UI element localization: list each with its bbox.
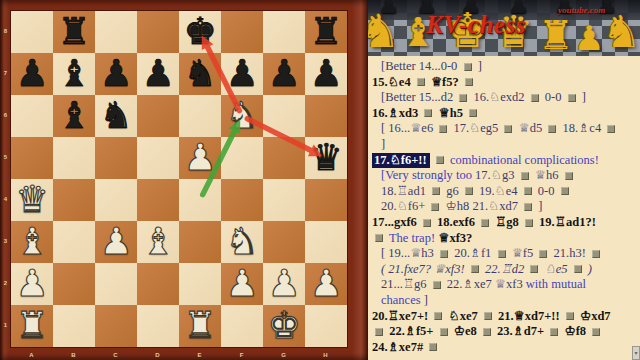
move-text[interactable]: 21.h3! bbox=[550, 246, 589, 260]
square-f3[interactable]: ♞ bbox=[221, 221, 263, 263]
square-h4[interactable] bbox=[305, 179, 347, 221]
black-pawn-d7[interactable]: ♟ bbox=[137, 52, 179, 96]
square-a5[interactable] bbox=[11, 137, 53, 179]
white-rook-e1[interactable]: ♜ bbox=[179, 304, 221, 348]
move-text[interactable]: ] bbox=[381, 137, 385, 151]
move-text[interactable]: ] bbox=[424, 293, 428, 307]
move-text[interactable]: 0-0 bbox=[535, 184, 558, 198]
scrollbar-down-button[interactable]: ▾ bbox=[632, 346, 640, 360]
move-line: 22.♗f5+ ♔e8 23.♗d7+ ♔f8 bbox=[368, 324, 640, 340]
board-thumb-icon[interactable] bbox=[439, 125, 447, 133]
move-text[interactable]: ♕h5 bbox=[435, 106, 466, 120]
move-text[interactable]: 17.♘eg5 bbox=[450, 121, 501, 135]
move-line: [Better 15...d2 16.♘exd2 0-0 ] bbox=[368, 90, 640, 106]
square-d7[interactable]: ♟ bbox=[137, 53, 179, 95]
move-line: 20.♘f6+ ♔h8 21.♘xd7 ] bbox=[368, 199, 640, 215]
move-line: The trap! ♕xf3? bbox=[368, 231, 640, 247]
brand-title: KV-chess bbox=[426, 11, 526, 39]
move-text[interactable]: 16.♗xd3 bbox=[372, 106, 421, 120]
move-text[interactable]: 20.♘f6+ bbox=[381, 199, 428, 213]
square-d4[interactable] bbox=[137, 179, 179, 221]
square-c3[interactable]: ♟ bbox=[95, 221, 137, 263]
move-text[interactable]: 19.♘e4 bbox=[476, 184, 521, 198]
square-c7[interactable]: ♟ bbox=[95, 53, 137, 95]
white-pawn-c3[interactable]: ♟ bbox=[95, 220, 137, 264]
white-pawn-g2[interactable]: ♟ bbox=[263, 262, 305, 306]
black-knight-e7[interactable]: ♞ bbox=[179, 52, 221, 96]
board-thumb-icon[interactable] bbox=[432, 187, 440, 195]
chess-board[interactable]: ♜♚♜♟♝♟♟♞♟♟♟♝♞♞♟♛♛♝♟♝♞♟♟♟♟♜♜♚ bbox=[11, 11, 347, 347]
white-pawn-a2[interactable]: ♟ bbox=[11, 262, 53, 306]
square-a8[interactable] bbox=[11, 11, 53, 53]
app-window: ♜♚♜♟♝♟♟♞♟♟♟♝♞♞♟♛♛♝♟♝♞♟♟♟♟♜♜♚ 87654321 AB… bbox=[0, 0, 640, 360]
square-h5[interactable]: ♛ bbox=[305, 137, 347, 179]
file-label-h: H bbox=[305, 352, 347, 358]
board-thumb-icon[interactable] bbox=[483, 328, 491, 336]
move-line: ( 21.fxe7? ♕xf3! 22.♖d2 ♘e5 ) bbox=[368, 262, 640, 278]
move-text[interactable]: ] bbox=[475, 59, 482, 73]
chess-board-frame: ♜♚♜♟♝♟♟♞♟♟♟♝♞♞♟♛♛♝♟♝♞♟♟♟♟♜♜♚ 87654321 AB… bbox=[0, 0, 368, 360]
board-thumb-icon[interactable] bbox=[423, 219, 431, 227]
board-thumb-icon[interactable] bbox=[481, 219, 489, 227]
move-text[interactable]: 23.♗d7+ bbox=[494, 324, 547, 338]
square-e8[interactable]: ♚ bbox=[179, 11, 221, 53]
white-knight-f3[interactable]: ♞ bbox=[221, 220, 263, 264]
move-text[interactable] bbox=[430, 153, 433, 167]
board-thumb-icon[interactable] bbox=[524, 187, 532, 195]
move-text[interactable]: 22.♗xe7 ♕xf3 bbox=[444, 277, 526, 291]
file-label-b: B bbox=[53, 352, 95, 358]
square-d1[interactable] bbox=[137, 305, 179, 347]
move-line: chances ] bbox=[368, 293, 640, 309]
rank-label-2: 2 bbox=[1, 280, 10, 288]
board-thumb-icon[interactable] bbox=[568, 94, 576, 102]
square-b3[interactable] bbox=[53, 221, 95, 263]
move-line: [Very strongly too 17.♘g3 ♕h6 bbox=[368, 168, 640, 184]
white-pawn-f2[interactable]: ♟ bbox=[221, 262, 263, 306]
square-c1[interactable] bbox=[95, 305, 137, 347]
black-pawn-a7[interactable]: ♟ bbox=[11, 52, 53, 96]
black-queen-h5[interactable]: ♛ bbox=[305, 136, 347, 180]
square-e4[interactable] bbox=[179, 179, 221, 221]
square-e7[interactable]: ♞ bbox=[179, 53, 221, 95]
rank-label-8: 8 bbox=[1, 28, 10, 36]
move-line: 16.♗xd3 ♕h5 bbox=[368, 106, 640, 122]
move-text[interactable]: 22.♖d2 bbox=[482, 262, 528, 276]
board-thumb-icon[interactable] bbox=[530, 265, 538, 273]
square-f1[interactable] bbox=[221, 305, 263, 347]
board-thumb-icon[interactable] bbox=[504, 125, 512, 133]
square-d8[interactable] bbox=[137, 11, 179, 53]
square-h6[interactable] bbox=[305, 95, 347, 137]
analysis-panel: ♟♟♟♟♟♟ ♞♝♚♛♜♟♞ KV-chess youtube.com [Bet… bbox=[368, 0, 640, 360]
file-label-d: D bbox=[137, 352, 179, 358]
move-text[interactable]: [Better 15...d2 bbox=[381, 90, 456, 104]
board-thumb-icon[interactable] bbox=[592, 328, 600, 336]
move-text[interactable]: 20.♗f1 bbox=[451, 246, 495, 260]
black-pawn-c7[interactable]: ♟ bbox=[95, 52, 137, 96]
move-line: 15.♘e4 ♕f5? bbox=[368, 75, 640, 91]
board-thumb-icon[interactable] bbox=[431, 203, 439, 211]
black-king-e8[interactable]: ♚ bbox=[179, 10, 221, 54]
square-g7[interactable]: ♟ bbox=[263, 53, 305, 95]
move-text[interactable]: 19.♖ad1?! bbox=[536, 215, 596, 229]
banner-yellow-piece-icon: ♞ bbox=[368, 4, 400, 56]
move-line: 24.♗xe7# bbox=[368, 340, 640, 356]
move-text[interactable]: 18.exf6 bbox=[434, 215, 478, 229]
move-text[interactable]: [ 19...♕h3 bbox=[381, 246, 437, 260]
move-text[interactable]: ♔e8 bbox=[451, 324, 480, 338]
square-b7[interactable]: ♝ bbox=[53, 53, 95, 95]
move-line: 17...gxf6 18.exf6 ♖g8 19.♖ad1?! bbox=[368, 215, 640, 231]
move-text[interactable]: ] bbox=[535, 199, 542, 213]
black-rook-b8[interactable]: ♜ bbox=[53, 10, 95, 54]
move-text[interactable]: 20.♖xe7+! bbox=[372, 309, 431, 323]
board-thumb-icon[interactable] bbox=[471, 265, 479, 273]
square-e2[interactable] bbox=[179, 263, 221, 305]
move-line: 18.♖ad1 g6 19.♘e4 0-0 bbox=[368, 184, 640, 200]
rank-label-7: 7 bbox=[1, 70, 10, 78]
board-thumb-icon[interactable] bbox=[469, 109, 477, 117]
banner-yellow-piece-icon: ♟ bbox=[574, 18, 604, 56]
move-text[interactable]: ♔h8 21.♘xd7 bbox=[442, 199, 521, 213]
board-thumb-icon[interactable] bbox=[531, 94, 539, 102]
black-pawn-f7[interactable]: ♟ bbox=[221, 52, 263, 96]
board-thumb-icon[interactable] bbox=[464, 63, 472, 71]
board-thumb-icon[interactable] bbox=[574, 265, 582, 273]
comment-text: chances bbox=[381, 293, 424, 307]
board-thumb-icon[interactable] bbox=[521, 172, 529, 180]
square-g3[interactable] bbox=[263, 221, 305, 263]
square-f4[interactable] bbox=[221, 179, 263, 221]
move-text[interactable]: ♔f8 bbox=[561, 324, 589, 338]
move-text[interactable]: 17...gxf6 bbox=[372, 215, 420, 229]
comment-text: combinational complications! bbox=[447, 153, 599, 167]
board-thumb-icon[interactable] bbox=[607, 125, 615, 133]
comment-text: The trap! bbox=[386, 231, 438, 245]
move-text[interactable]: ♖g8 bbox=[492, 215, 522, 229]
file-label-a: A bbox=[11, 352, 53, 358]
move-text[interactable]: 18.♖ad1 bbox=[381, 184, 429, 198]
move-text[interactable]: 24.♗xe7# bbox=[372, 340, 426, 354]
board-thumb-icon[interactable] bbox=[484, 312, 492, 320]
square-f2[interactable]: ♟ bbox=[221, 263, 263, 305]
square-b4[interactable] bbox=[53, 179, 95, 221]
move-text[interactable]: 21.♕xd7+!! bbox=[495, 309, 563, 323]
square-h3[interactable] bbox=[305, 221, 347, 263]
square-a4[interactable]: ♛ bbox=[11, 179, 53, 221]
comment-text: [Very strongly too bbox=[381, 168, 475, 182]
white-knight-f6[interactable]: ♞ bbox=[221, 94, 263, 138]
square-b8[interactable]: ♜ bbox=[53, 11, 95, 53]
move-line: [Better 14...0-0 ] bbox=[368, 59, 640, 75]
square-d2[interactable] bbox=[137, 263, 179, 305]
board-thumb-icon[interactable] bbox=[548, 125, 556, 133]
square-h8[interactable]: ♜ bbox=[305, 11, 347, 53]
white-queen-a4[interactable]: ♛ bbox=[11, 178, 53, 222]
board-thumb-icon[interactable] bbox=[525, 219, 533, 227]
move-text[interactable]: ♕h6 bbox=[532, 168, 562, 182]
white-pawn-e5[interactable]: ♟ bbox=[179, 136, 221, 180]
board-thumb-icon[interactable] bbox=[429, 343, 437, 351]
move-text[interactable]: g6 bbox=[443, 184, 462, 198]
square-c6[interactable]: ♞ bbox=[95, 95, 137, 137]
move-text[interactable]: 17.♘g3 bbox=[475, 168, 517, 182]
square-d6[interactable] bbox=[137, 95, 179, 137]
board-thumb-icon[interactable] bbox=[498, 250, 506, 258]
move-line: [ 16...♕e6 17.♘eg5 ♕d5 18.♗c4 bbox=[368, 121, 640, 137]
square-g8[interactable] bbox=[263, 11, 305, 53]
board-thumb-icon[interactable] bbox=[436, 156, 444, 164]
square-g2[interactable]: ♟ bbox=[263, 263, 305, 305]
square-a1[interactable]: ♜ bbox=[11, 305, 53, 347]
board-thumb-icon[interactable] bbox=[433, 281, 441, 289]
banner-yellow-piece-icon: ♜ bbox=[538, 12, 574, 56]
move-text[interactable]: 18.♗c4 bbox=[559, 121, 604, 135]
square-e5[interactable]: ♟ bbox=[179, 137, 221, 179]
board-thumb-icon[interactable] bbox=[524, 203, 532, 211]
move-text[interactable]: ( 21.fxe7? ♕xf3! bbox=[381, 262, 468, 276]
move-text[interactable]: ♕xf3? bbox=[438, 231, 472, 245]
board-thumb-icon[interactable] bbox=[561, 187, 569, 195]
white-king-g1[interactable]: ♚ bbox=[263, 304, 305, 348]
board-thumb-icon[interactable] bbox=[424, 109, 432, 117]
rank-label-1: 1 bbox=[1, 322, 10, 330]
move-text[interactable]: [Better 14...0-0 bbox=[381, 59, 461, 73]
square-d3[interactable]: ♝ bbox=[137, 221, 179, 263]
rank-label-6: 6 bbox=[1, 112, 10, 120]
black-rook-h8[interactable]: ♜ bbox=[305, 10, 347, 54]
move-text[interactable]: 21...♖g6 bbox=[381, 277, 430, 291]
square-a7[interactable]: ♟ bbox=[11, 53, 53, 95]
square-f7[interactable]: ♟ bbox=[221, 53, 263, 95]
black-bishop-b7[interactable]: ♝ bbox=[53, 52, 95, 96]
rank-label-4: 4 bbox=[1, 196, 10, 204]
comment-text: with mutual bbox=[526, 277, 586, 291]
move-text[interactable]: [ 16...♕e6 bbox=[381, 121, 436, 135]
square-a3[interactable]: ♝ bbox=[11, 221, 53, 263]
current-move[interactable]: 17.♘f6+!! bbox=[372, 153, 430, 169]
board-thumb-icon[interactable] bbox=[465, 78, 473, 86]
black-knight-c6[interactable]: ♞ bbox=[95, 94, 137, 138]
square-e1[interactable]: ♜ bbox=[179, 305, 221, 347]
square-a6[interactable] bbox=[11, 95, 53, 137]
move-line: 21...♖g6 22.♗xe7 ♕xf3 with mutual bbox=[368, 277, 640, 293]
square-e6[interactable] bbox=[179, 95, 221, 137]
square-b2[interactable] bbox=[53, 263, 95, 305]
square-b6[interactable]: ♝ bbox=[53, 95, 95, 137]
rank-label-5: 5 bbox=[1, 154, 10, 162]
move-line: [ 19...♕h3 20.♗f1 ♕f5 21.h3! bbox=[368, 246, 640, 262]
square-g1[interactable]: ♚ bbox=[263, 305, 305, 347]
board-thumb-icon[interactable] bbox=[417, 78, 425, 86]
move-line: 20.♖xe7+! ♘xe7 21.♕xd7+!! ♔xd7 bbox=[368, 309, 640, 325]
move-text[interactable]: ♕f5? bbox=[428, 75, 462, 89]
square-c2[interactable] bbox=[95, 263, 137, 305]
board-thumb-icon[interactable] bbox=[434, 312, 442, 320]
move-list[interactable]: [Better 14...0-0 ]15.♘e4 ♕f5? [Better 15… bbox=[368, 56, 640, 360]
move-text[interactable]: ♘e5 bbox=[541, 262, 570, 276]
square-c4[interactable] bbox=[95, 179, 137, 221]
white-bishop-a3[interactable]: ♝ bbox=[11, 220, 53, 264]
move-text[interactable]: ♕f5 bbox=[509, 246, 537, 260]
square-h2[interactable]: ♟ bbox=[305, 263, 347, 305]
board-thumb-icon[interactable] bbox=[592, 250, 600, 258]
square-c8[interactable] bbox=[95, 11, 137, 53]
board-thumb-icon[interactable] bbox=[459, 94, 467, 102]
move-text[interactable]: ♘xe7 bbox=[445, 309, 481, 323]
black-bishop-b6[interactable]: ♝ bbox=[53, 94, 95, 138]
square-b1[interactable] bbox=[53, 305, 95, 347]
square-a2[interactable]: ♟ bbox=[11, 263, 53, 305]
white-pawn-h2[interactable]: ♟ bbox=[305, 262, 347, 306]
rank-label-3: 3 bbox=[1, 238, 10, 246]
board-thumb-icon[interactable] bbox=[550, 328, 558, 336]
move-line: ] bbox=[368, 137, 640, 153]
black-pawn-h7[interactable]: ♟ bbox=[305, 52, 347, 96]
move-line: 17.♘f6+!! combinational complications! bbox=[368, 153, 640, 169]
banner: ♟♟♟♟♟♟ ♞♝♚♛♜♟♞ KV-chess youtube.com bbox=[368, 0, 640, 56]
square-d5[interactable] bbox=[137, 137, 179, 179]
board-thumb-icon[interactable] bbox=[375, 328, 383, 336]
square-f8[interactable] bbox=[221, 11, 263, 53]
square-h1[interactable] bbox=[305, 305, 347, 347]
square-h7[interactable]: ♟ bbox=[305, 53, 347, 95]
square-e3[interactable] bbox=[179, 221, 221, 263]
square-g5[interactable] bbox=[263, 137, 305, 179]
file-label-e: E bbox=[179, 352, 221, 358]
move-text[interactable]: ♔xd7 bbox=[577, 309, 611, 323]
file-label-g: G bbox=[263, 352, 305, 358]
move-text[interactable]: ] bbox=[579, 90, 586, 104]
black-pawn-g7[interactable]: ♟ bbox=[263, 52, 305, 96]
square-f6[interactable]: ♞ bbox=[221, 95, 263, 137]
move-text[interactable]: ♕d5 bbox=[515, 121, 545, 135]
brand-site-label: youtube.com bbox=[558, 5, 605, 15]
square-g6[interactable] bbox=[263, 95, 305, 137]
move-text[interactable]: ) bbox=[585, 262, 592, 276]
banner-yellow-piece-icon: ♞ bbox=[602, 6, 640, 56]
white-bishop-d3[interactable]: ♝ bbox=[137, 220, 179, 264]
white-rook-a1[interactable]: ♜ bbox=[11, 304, 53, 348]
move-text[interactable]: 22.♗f5+ bbox=[386, 324, 437, 338]
move-text[interactable]: 0-0 bbox=[542, 90, 565, 104]
square-f5[interactable] bbox=[221, 137, 263, 179]
square-b5[interactable] bbox=[53, 137, 95, 179]
square-g4[interactable] bbox=[263, 179, 305, 221]
file-label-c: C bbox=[95, 352, 137, 358]
board-thumb-icon[interactable] bbox=[465, 187, 473, 195]
board-thumb-icon[interactable] bbox=[566, 312, 574, 320]
move-text[interactable]: 15.♘e4 bbox=[372, 75, 414, 89]
file-label-f: F bbox=[221, 352, 263, 358]
board-thumb-icon[interactable] bbox=[440, 250, 448, 258]
board-thumb-icon[interactable] bbox=[440, 328, 448, 336]
board-thumb-icon[interactable] bbox=[539, 250, 547, 258]
board-thumb-icon[interactable] bbox=[375, 234, 383, 242]
board-thumb-icon[interactable] bbox=[565, 172, 573, 180]
square-c5[interactable] bbox=[95, 137, 137, 179]
move-text[interactable]: 16.♘exd2 bbox=[470, 90, 527, 104]
